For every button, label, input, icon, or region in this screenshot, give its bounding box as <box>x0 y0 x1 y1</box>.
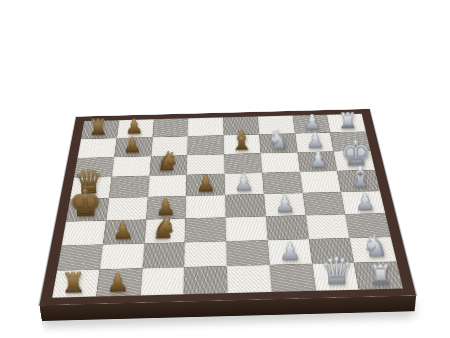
white-pawn-f2[interactable]: ♟ <box>308 151 328 171</box>
square-g8[interactable] <box>78 138 117 158</box>
square-h5[interactable] <box>188 117 224 136</box>
white-rook-a1[interactable]: ♜ <box>368 262 393 288</box>
board-frame-front-edge <box>39 295 416 321</box>
white-pawn-b3[interactable]: ♟ <box>279 241 301 264</box>
square-c5[interactable] <box>185 217 226 242</box>
square-d1[interactable]: ♟ <box>341 191 385 214</box>
black-pawn-g7[interactable]: ♟ <box>123 136 142 156</box>
square-b7[interactable] <box>99 243 143 269</box>
black-knight-c6[interactable]: ♞ <box>151 215 177 242</box>
square-c7[interactable]: ♟ <box>103 219 146 244</box>
square-c3[interactable] <box>265 215 308 240</box>
square-g7[interactable]: ♟ <box>114 137 152 157</box>
square-a6[interactable] <box>140 267 185 295</box>
white-bishop-e1[interactable]: ♝ <box>347 164 373 190</box>
chessboard-scene: ♜♟♟♜♟♝♞♟♞♟♚♛♟♟♝♚♟♟♟♟♞♟♞♜♟♛♜ <box>56 26 395 338</box>
square-f3[interactable] <box>261 152 300 173</box>
square-a3[interactable] <box>269 264 315 292</box>
square-d8[interactable]: ♚ <box>66 198 109 221</box>
white-pawn-e4[interactable]: ♟ <box>234 173 254 194</box>
square-d5[interactable] <box>186 195 226 218</box>
square-c6[interactable]: ♞ <box>144 218 186 243</box>
white-rook-h1[interactable]: ♜ <box>337 111 357 132</box>
square-e4[interactable]: ♟ <box>224 173 263 195</box>
square-d3[interactable]: ♟ <box>264 193 306 216</box>
square-g4[interactable]: ♝ <box>223 134 260 154</box>
black-rook-h8[interactable]: ♜ <box>89 117 109 138</box>
square-a2[interactable]: ♛ <box>312 263 359 291</box>
square-d2[interactable] <box>302 192 345 215</box>
square-d4[interactable] <box>225 194 265 217</box>
white-pawn-d1[interactable]: ♟ <box>354 191 375 212</box>
square-e5[interactable]: ♟ <box>186 174 225 196</box>
square-h6[interactable] <box>152 118 188 137</box>
black-pawn-c7[interactable]: ♟ <box>112 221 133 243</box>
board-grid: ♜♟♟♜♟♝♞♟♞♟♚♛♟♟♝♚♟♟♟♟♞♟♞♜♟♛♜ <box>52 114 403 298</box>
square-f2[interactable]: ♟ <box>297 151 337 172</box>
board-frame: ♜♟♟♜♟♝♞♟♞♟♚♛♟♟♝♚♟♟♟♟♞♟♞♜♟♛♜ <box>39 109 416 305</box>
square-b6[interactable] <box>142 242 185 268</box>
square-f7[interactable] <box>112 156 151 177</box>
square-a5[interactable] <box>184 266 228 294</box>
board-tilt-wrapper: ♜♟♟♜♟♝♞♟♞♟♚♛♟♟♝♚♟♟♟♟♞♟♞♜♟♛♜ <box>39 109 416 305</box>
square-a1[interactable]: ♜ <box>354 262 403 290</box>
square-a7[interactable]: ♟ <box>96 268 142 296</box>
square-a4[interactable] <box>227 265 272 293</box>
square-c4[interactable] <box>226 216 268 241</box>
square-e2[interactable] <box>300 171 341 193</box>
product-photo-stage: ♜♟♟♜♟♝♞♟♞♟♚♛♟♟♝♚♟♟♟♟♞♟♞♜♟♛♜ <box>0 0 450 338</box>
square-c8[interactable] <box>62 220 106 245</box>
square-b4[interactable] <box>226 240 269 266</box>
square-b3[interactable]: ♟ <box>267 239 311 265</box>
black-pawn-a7[interactable]: ♟ <box>106 271 129 294</box>
white-queen-a2[interactable]: ♛ <box>319 254 353 289</box>
white-knight-g3[interactable]: ♞ <box>267 128 290 152</box>
black-king-d8[interactable]: ♚ <box>69 185 103 220</box>
square-f6[interactable]: ♞ <box>149 155 187 176</box>
black-bishop-g4[interactable]: ♝ <box>230 128 254 153</box>
black-rook-a8[interactable]: ♜ <box>61 270 86 296</box>
black-pawn-e5[interactable]: ♟ <box>195 174 215 195</box>
square-g5[interactable] <box>187 135 224 155</box>
square-c2[interactable] <box>305 214 349 239</box>
white-knight-b1[interactable]: ♞ <box>361 233 388 261</box>
square-a8[interactable]: ♜ <box>52 270 99 298</box>
square-h1[interactable]: ♜ <box>327 114 366 133</box>
square-g3[interactable]: ♞ <box>259 133 297 153</box>
square-b5[interactable] <box>184 241 226 267</box>
square-h8[interactable]: ♜ <box>81 120 119 139</box>
square-e7[interactable] <box>109 176 149 198</box>
white-pawn-d3[interactable]: ♟ <box>275 193 296 214</box>
black-knight-f6[interactable]: ♞ <box>156 150 180 175</box>
